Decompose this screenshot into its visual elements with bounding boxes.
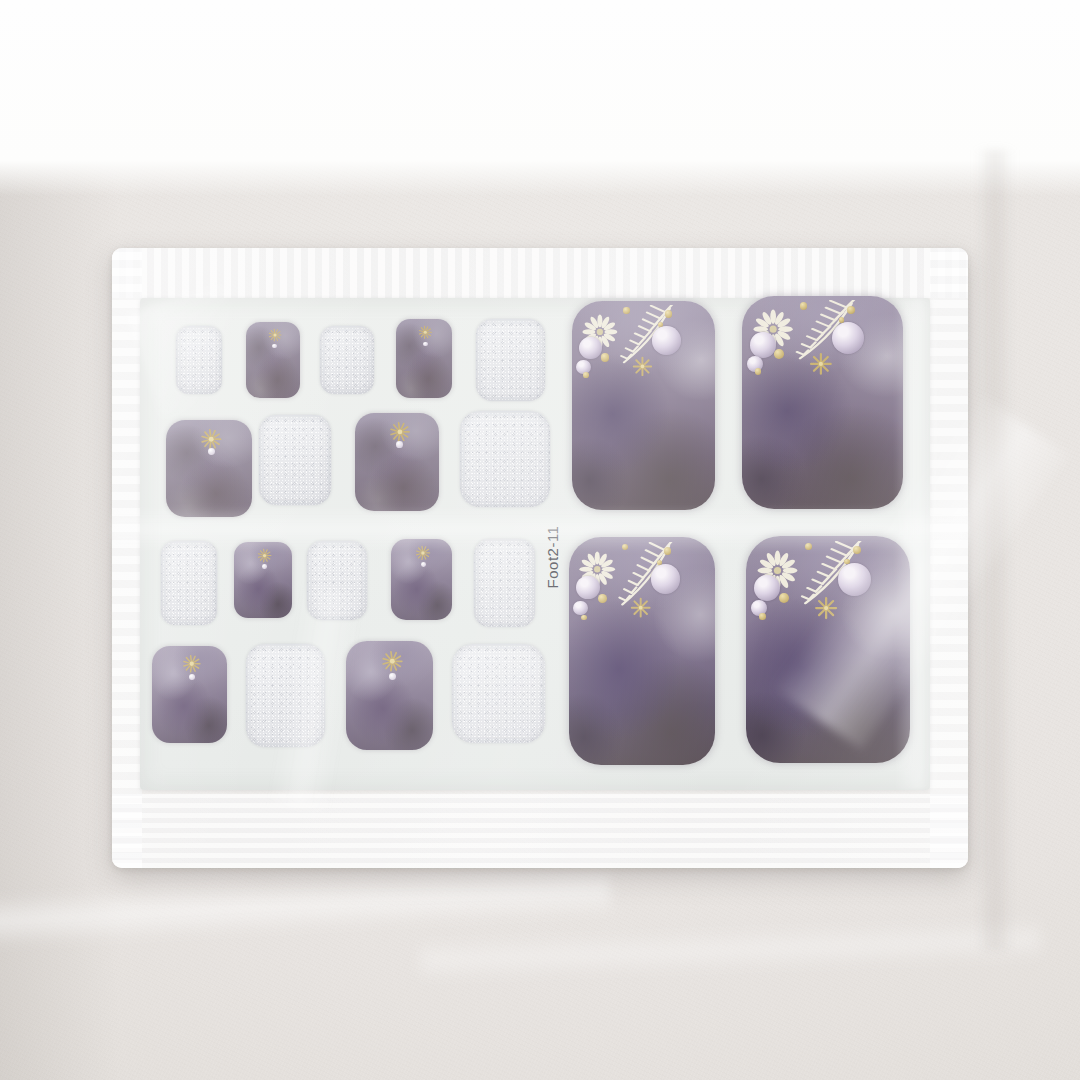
gold-flower-accent <box>257 548 272 563</box>
nail-sticker-n16-glitter-small <box>474 539 535 627</box>
gold-dot <box>601 353 610 362</box>
gold-dot <box>658 322 663 327</box>
pearl-micro-dot <box>389 673 396 680</box>
gold-flower-accent <box>200 428 222 450</box>
gold-dot <box>779 593 789 603</box>
pearl-medium <box>579 337 602 360</box>
nail-sticker-n08-marble-medium <box>355 413 439 511</box>
pearl-micro-dot <box>189 674 195 680</box>
gold-flower-accent <box>415 545 431 561</box>
pearl-micro-dot <box>423 342 427 346</box>
nail-sticker-n14-glitter-small <box>307 541 367 620</box>
pearl-micro-dot <box>421 562 426 567</box>
pearl-micro-dot <box>396 441 403 448</box>
gold-dot <box>581 615 587 621</box>
nail-sticker-n09-glitter-medium <box>460 411 550 507</box>
nail-sticker-n20-glitter-medium <box>452 644 545 743</box>
nail-sticker-n18-glitter-medium <box>246 644 325 747</box>
nail-sticker-n19-marble-medium <box>346 641 433 750</box>
gold-dot <box>755 368 761 374</box>
nail-sticker-n13-marble-small <box>234 542 292 618</box>
nail-sticker-n02-marble-small <box>246 322 300 398</box>
pearl-medium <box>576 576 599 599</box>
gold-snowflake-accent <box>629 596 652 619</box>
gold-dot <box>598 594 607 603</box>
pearl-medium <box>750 332 776 358</box>
plastic-pouch: Foot2-11 <box>112 248 968 868</box>
gold-dot <box>800 302 807 309</box>
pearl-micro-dot <box>272 344 276 348</box>
nail-sheet <box>0 0 1080 1080</box>
gold-dot <box>759 613 766 620</box>
gold-dot <box>664 547 671 554</box>
gold-dot <box>839 317 845 323</box>
gold-dot <box>657 560 662 565</box>
gold-dot <box>665 310 672 317</box>
nail-sticker-n03-glitter-small <box>320 326 374 394</box>
nail-sticker-n06-marble-medium <box>166 420 252 517</box>
gold-snowflake-accent <box>808 351 834 377</box>
gold-flower-accent <box>389 421 411 443</box>
nail-sticker-n01-glitter-small <box>176 326 222 394</box>
pearl-large <box>832 322 864 354</box>
pearl-medium <box>754 575 780 601</box>
package-label: Foot2-11 <box>543 501 563 613</box>
gold-flower-accent <box>182 654 202 674</box>
pearl-micro-dot <box>208 448 215 455</box>
gold-dot <box>583 372 589 378</box>
gold-snowflake-accent <box>813 595 839 621</box>
nail-sticker-n07-glitter-medium <box>259 415 331 505</box>
nail-sticker-n12-glitter-small <box>161 541 217 625</box>
pearl-micro-dot <box>262 564 267 569</box>
pearl-large <box>651 564 680 593</box>
gold-snowflake-accent <box>631 355 654 378</box>
nail-sticker-n05-glitter-small <box>476 319 545 401</box>
gold-flower-accent <box>381 650 404 673</box>
gold-flower-accent <box>418 325 433 340</box>
pearl-small <box>573 601 588 616</box>
nail-sticker-n17-marble-medium <box>152 646 227 743</box>
nail-sticker-n10-large-large <box>572 301 715 510</box>
pearl-large <box>838 563 871 596</box>
gold-dot <box>847 306 855 314</box>
photo-stage: Foot2-11 <box>0 0 1080 1080</box>
nail-sticker-n11-large-large <box>742 296 903 509</box>
pearl-large <box>652 326 681 355</box>
nail-sticker-n04-marble-small <box>396 319 452 398</box>
nail-sticker-n21-large-large <box>569 537 715 765</box>
nail-sticker-n15-marble-small <box>391 539 452 620</box>
gold-dot <box>623 307 629 313</box>
nail-sticker-n22-large-large <box>746 536 910 763</box>
gold-dot <box>774 349 784 359</box>
gold-flower-accent <box>268 328 282 342</box>
